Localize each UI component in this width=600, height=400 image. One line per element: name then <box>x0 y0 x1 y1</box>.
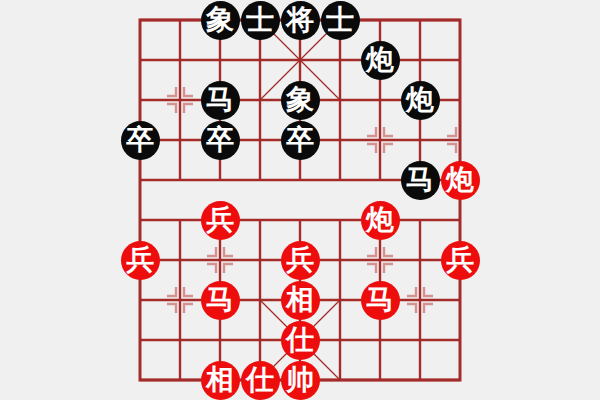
black-advisor[interactable]: 士 <box>321 1 360 40</box>
black-elephant[interactable]: 象 <box>281 81 320 120</box>
red-advisor[interactable]: 仕 <box>281 321 320 360</box>
red-soldier[interactable]: 兵 <box>121 241 160 280</box>
red-cannon[interactable]: 炮 <box>441 161 480 200</box>
red-horse[interactable]: 马 <box>361 281 400 320</box>
xiangqi-board: 象士将士炮马象炮卒卒卒马炮兵炮兵兵兵马相马仕相仕帅 <box>120 0 480 400</box>
black-cannon[interactable]: 炮 <box>361 41 400 80</box>
black-horse[interactable]: 马 <box>401 161 440 200</box>
red-elephant[interactable]: 相 <box>281 281 320 320</box>
red-cannon[interactable]: 炮 <box>361 201 400 240</box>
red-general[interactable]: 帅 <box>281 361 320 400</box>
black-soldier[interactable]: 卒 <box>281 121 320 160</box>
black-cannon[interactable]: 炮 <box>401 81 440 120</box>
red-soldier[interactable]: 兵 <box>201 201 240 240</box>
red-elephant[interactable]: 相 <box>201 361 240 400</box>
black-soldier[interactable]: 卒 <box>201 121 240 160</box>
black-advisor[interactable]: 士 <box>241 1 280 40</box>
xiangqi-app: 象士将士炮马象炮卒卒卒马炮兵炮兵兵兵马相马仕相仕帅 <box>0 0 600 400</box>
black-general[interactable]: 将 <box>281 1 320 40</box>
red-advisor[interactable]: 仕 <box>241 361 280 400</box>
red-soldier[interactable]: 兵 <box>281 241 320 280</box>
piece-layer: 象士将士炮马象炮卒卒卒马炮兵炮兵兵兵马相马仕相仕帅 <box>120 0 480 400</box>
black-horse[interactable]: 马 <box>201 81 240 120</box>
black-soldier[interactable]: 卒 <box>121 121 160 160</box>
red-horse[interactable]: 马 <box>201 281 240 320</box>
black-elephant[interactable]: 象 <box>201 1 240 40</box>
red-soldier[interactable]: 兵 <box>441 241 480 280</box>
